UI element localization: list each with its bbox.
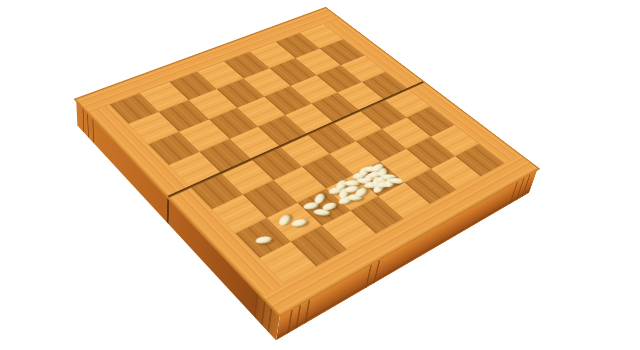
board-square — [243, 181, 296, 218]
groove-line — [305, 297, 311, 324]
board-square — [259, 241, 316, 283]
wheat-grain — [371, 182, 386, 194]
wheat-grain — [343, 184, 361, 193]
chessboard — [76, 8, 538, 314]
board-square — [302, 154, 353, 188]
board-square — [273, 167, 325, 203]
wheat-grain — [357, 166, 371, 178]
groove-line — [296, 302, 302, 329]
fold-seam-edge — [167, 196, 170, 224]
board-square — [190, 173, 243, 210]
wheat-grain — [367, 170, 384, 180]
wheat-grain — [362, 172, 377, 184]
groove-line — [82, 106, 84, 133]
wheat-grain — [254, 235, 273, 245]
wheat-grain — [375, 180, 393, 189]
wheat-grain — [302, 201, 320, 211]
board-square — [279, 134, 329, 167]
wheat-grain — [383, 176, 396, 188]
board-square — [297, 188, 350, 225]
wheat-grain — [346, 194, 364, 202]
board-square — [229, 127, 279, 160]
wheat-grain — [356, 178, 372, 185]
groove-line — [268, 306, 273, 333]
wheat-grain — [388, 178, 404, 184]
wheat-grain — [289, 218, 308, 228]
board-square — [291, 226, 347, 267]
board-square — [235, 218, 291, 258]
board-square — [430, 156, 480, 190]
checkerboard-grid — [110, 24, 504, 284]
board-square — [169, 152, 221, 187]
wheat-grain — [343, 180, 360, 187]
groove-line — [365, 262, 373, 288]
wheat-grain — [313, 193, 327, 206]
wheat-grain — [351, 171, 368, 180]
wheat-grain — [376, 167, 388, 179]
board-square — [200, 139, 251, 173]
board-square — [267, 203, 322, 242]
wheat-grain — [380, 174, 397, 180]
wheat-grain — [327, 185, 345, 195]
board-square — [321, 211, 376, 250]
scene — [0, 0, 640, 350]
board-top-face — [76, 8, 538, 314]
board-tilt-wrapper — [119, 0, 494, 322]
board-square — [148, 131, 199, 165]
groove-line — [92, 117, 94, 144]
board-square — [405, 169, 456, 204]
wheat-grain — [363, 166, 380, 173]
board-frame-bottom — [262, 155, 538, 315]
wheat-grain — [337, 195, 355, 206]
wheat-grain — [338, 187, 350, 200]
board-square — [353, 161, 404, 196]
board-square — [380, 149, 430, 183]
wheat-grain — [370, 162, 386, 173]
board-square — [212, 195, 267, 233]
board-square — [330, 141, 380, 174]
groove-line — [254, 290, 259, 317]
wheat-grain — [320, 201, 338, 212]
board-square — [221, 159, 273, 194]
board-square — [350, 196, 403, 234]
groove-line — [373, 257, 381, 283]
wheat-grain — [353, 186, 369, 198]
wheat-grain — [374, 174, 391, 184]
wheat-grain — [277, 214, 292, 227]
board-square — [251, 146, 302, 180]
board-square — [129, 112, 179, 144]
wheat-grain — [313, 209, 330, 216]
wheat-grain — [363, 181, 380, 189]
board-square — [179, 119, 229, 151]
groove-line — [87, 111, 89, 138]
board-square — [378, 182, 430, 218]
groove-line — [261, 298, 266, 325]
groove-line — [287, 307, 293, 334]
board-square — [326, 175, 378, 211]
wheat-grain — [372, 176, 382, 188]
wheat-grain — [334, 178, 349, 190]
